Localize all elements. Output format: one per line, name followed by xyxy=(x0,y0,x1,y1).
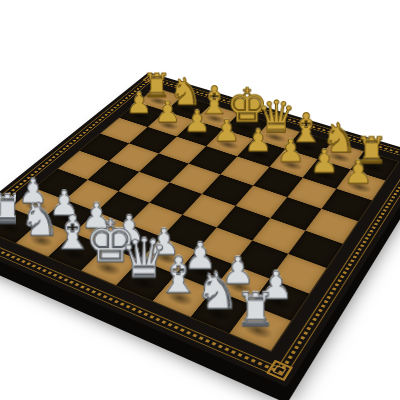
chessboard: ♜♞♝♚♛♝♞♜♟♟♟♟♟♟♟♟♟♟♟♟♟♟♟♟♜♞♝♚♛♝♞♜ xyxy=(0,72,400,387)
piece-shadow xyxy=(58,245,91,264)
piece-shadow xyxy=(201,303,236,325)
piece-shadow xyxy=(25,232,57,250)
piece-shadow xyxy=(163,288,197,309)
piece-shadow xyxy=(126,273,160,293)
piece-shadow xyxy=(91,259,124,279)
piece-shadow xyxy=(0,219,26,237)
piece-shadow xyxy=(82,222,113,240)
perspective-scene: ♜♞♝♚♛♝♞♜♟♟♟♟♟♟♟♟♟♟♟♟♟♟♟♟♜♞♝♚♛♝♞♜ xyxy=(0,0,400,400)
piece-shadow xyxy=(240,319,276,342)
product-photo-stage: ♜♞♝♚♛♝♞♜♟♟♟♟♟♟♟♟♟♟♟♟♟♟♟♟♜♞♝♚♛♝♞♜ xyxy=(0,0,400,400)
